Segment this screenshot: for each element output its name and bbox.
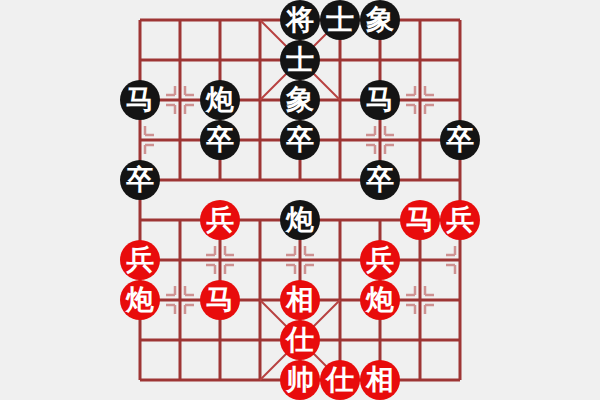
intersection-2-5[interactable]: 兵 <box>200 200 240 240</box>
intersection-4-6[interactable] <box>280 240 320 280</box>
intersection-8-7[interactable] <box>440 280 480 320</box>
piece-black-cannon[interactable]: 炮 <box>200 80 240 120</box>
intersection-4-1[interactable]: 士 <box>280 40 320 80</box>
piece-black-soldier[interactable]: 卒 <box>280 120 320 160</box>
intersection-4-2[interactable]: 象 <box>280 80 320 120</box>
intersection-6-6[interactable]: 兵 <box>360 240 400 280</box>
intersection-1-9[interactable] <box>160 360 200 400</box>
intersection-7-2[interactable] <box>400 80 440 120</box>
piece-black-soldier[interactable]: 卒 <box>360 160 400 200</box>
intersection-7-7[interactable] <box>400 280 440 320</box>
intersection-4-5[interactable]: 炮 <box>280 200 320 240</box>
intersection-7-3[interactable] <box>400 120 440 160</box>
intersection-5-6[interactable] <box>320 240 360 280</box>
intersection-0-8[interactable] <box>120 320 160 360</box>
piece-black-elephant[interactable]: 象 <box>360 0 400 40</box>
intersection-7-4[interactable] <box>400 160 440 200</box>
piece-black-soldier[interactable]: 卒 <box>200 120 240 160</box>
intersection-5-1[interactable] <box>320 40 360 80</box>
intersection-8-4[interactable] <box>440 160 480 200</box>
intersection-1-7[interactable] <box>160 280 200 320</box>
intersection-2-9[interactable] <box>200 360 240 400</box>
intersection-2-1[interactable] <box>200 40 240 80</box>
intersection-7-9[interactable] <box>400 360 440 400</box>
intersection-4-0[interactable]: 将 <box>280 0 320 40</box>
piece-black-advisor[interactable]: 士 <box>320 0 360 40</box>
piece-red-soldier[interactable]: 兵 <box>200 200 240 240</box>
piece-red-horse[interactable]: 马 <box>400 200 440 240</box>
intersection-5-8[interactable] <box>320 320 360 360</box>
board-intersections: 将士象士马炮象马卒卒卒卒卒兵炮马兵兵兵炮马相炮仕帅仕相 <box>120 0 480 400</box>
intersection-6-1[interactable] <box>360 40 400 80</box>
intersection-6-2[interactable]: 马 <box>360 80 400 120</box>
piece-red-cannon[interactable]: 炮 <box>120 280 160 320</box>
intersection-6-7[interactable]: 炮 <box>360 280 400 320</box>
intersection-3-0[interactable] <box>240 0 280 40</box>
intersection-4-3[interactable]: 卒 <box>280 120 320 160</box>
intersection-7-8[interactable] <box>400 320 440 360</box>
intersection-5-4[interactable] <box>320 160 360 200</box>
intersection-1-5[interactable] <box>160 200 200 240</box>
piece-black-cannon[interactable]: 炮 <box>280 200 320 240</box>
intersection-0-0[interactable] <box>120 0 160 40</box>
intersection-5-3[interactable] <box>320 120 360 160</box>
intersection-4-8[interactable]: 仕 <box>280 320 320 360</box>
intersection-4-4[interactable] <box>280 160 320 200</box>
intersection-7-1[interactable] <box>400 40 440 80</box>
intersection-6-4[interactable]: 卒 <box>360 160 400 200</box>
intersection-3-2[interactable] <box>240 80 280 120</box>
intersection-5-2[interactable] <box>320 80 360 120</box>
intersection-3-3[interactable] <box>240 120 280 160</box>
piece-red-cannon[interactable]: 炮 <box>360 280 400 320</box>
intersection-1-1[interactable] <box>160 40 200 80</box>
piece-red-advisor[interactable]: 仕 <box>280 320 320 360</box>
intersection-8-9[interactable] <box>440 360 480 400</box>
intersection-5-5[interactable] <box>320 200 360 240</box>
intersection-8-3[interactable]: 卒 <box>440 120 480 160</box>
intersection-8-8[interactable] <box>440 320 480 360</box>
piece-black-general[interactable]: 将 <box>280 0 320 40</box>
piece-red-soldier[interactable]: 兵 <box>440 200 480 240</box>
intersection-7-5[interactable]: 马 <box>400 200 440 240</box>
intersection-8-0[interactable] <box>440 0 480 40</box>
intersection-1-2[interactable] <box>160 80 200 120</box>
intersection-0-3[interactable] <box>120 120 160 160</box>
piece-black-horse[interactable]: 马 <box>120 80 160 120</box>
piece-red-advisor[interactable]: 仕 <box>320 360 360 400</box>
intersection-3-9[interactable] <box>240 360 280 400</box>
intersection-7-6[interactable] <box>400 240 440 280</box>
piece-red-soldier[interactable]: 兵 <box>120 240 160 280</box>
xiangqi-board-screen: 将士象士马炮象马卒卒卒卒卒兵炮马兵兵兵炮马相炮仕帅仕相 <box>0 0 600 400</box>
intersection-3-4[interactable] <box>240 160 280 200</box>
intersection-6-0[interactable]: 象 <box>360 0 400 40</box>
intersection-2-0[interactable] <box>200 0 240 40</box>
intersection-3-7[interactable] <box>240 280 280 320</box>
intersection-3-5[interactable] <box>240 200 280 240</box>
intersection-5-7[interactable] <box>320 280 360 320</box>
intersection-3-6[interactable] <box>240 240 280 280</box>
piece-black-soldier[interactable]: 卒 <box>120 160 160 200</box>
intersection-1-0[interactable] <box>160 0 200 40</box>
intersection-0-2[interactable]: 马 <box>120 80 160 120</box>
piece-red-soldier[interactable]: 兵 <box>360 240 400 280</box>
intersection-6-3[interactable] <box>360 120 400 160</box>
intersection-2-6[interactable] <box>200 240 240 280</box>
intersection-6-8[interactable] <box>360 320 400 360</box>
intersection-1-3[interactable] <box>160 120 200 160</box>
intersection-2-7[interactable]: 马 <box>200 280 240 320</box>
intersection-1-4[interactable] <box>160 160 200 200</box>
intersection-4-7[interactable]: 相 <box>280 280 320 320</box>
intersection-8-5[interactable]: 兵 <box>440 200 480 240</box>
piece-red-elephant[interactable]: 相 <box>360 360 400 400</box>
intersection-1-6[interactable] <box>160 240 200 280</box>
intersection-0-6[interactable]: 兵 <box>120 240 160 280</box>
piece-red-general[interactable]: 帅 <box>280 360 320 400</box>
intersection-8-1[interactable] <box>440 40 480 80</box>
intersection-0-1[interactable] <box>120 40 160 80</box>
piece-black-horse[interactable]: 马 <box>360 80 400 120</box>
intersection-5-9[interactable]: 仕 <box>320 360 360 400</box>
piece-black-soldier[interactable]: 卒 <box>440 120 480 160</box>
intersection-4-9[interactable]: 帅 <box>280 360 320 400</box>
piece-red-horse[interactable]: 马 <box>200 280 240 320</box>
intersection-0-7[interactable]: 炮 <box>120 280 160 320</box>
intersection-8-6[interactable] <box>440 240 480 280</box>
intersection-0-5[interactable] <box>120 200 160 240</box>
intersection-2-2[interactable]: 炮 <box>200 80 240 120</box>
intersection-5-0[interactable]: 士 <box>320 0 360 40</box>
intersection-1-8[interactable] <box>160 320 200 360</box>
intersection-6-5[interactable] <box>360 200 400 240</box>
intersection-3-1[interactable] <box>240 40 280 80</box>
intersection-6-9[interactable]: 相 <box>360 360 400 400</box>
piece-black-elephant[interactable]: 象 <box>280 80 320 120</box>
intersection-2-4[interactable] <box>200 160 240 200</box>
intersection-0-4[interactable]: 卒 <box>120 160 160 200</box>
piece-red-elephant[interactable]: 相 <box>280 280 320 320</box>
piece-black-advisor[interactable]: 士 <box>280 40 320 80</box>
intersection-0-9[interactable] <box>120 360 160 400</box>
intersection-3-8[interactable] <box>240 320 280 360</box>
intersection-8-2[interactable] <box>440 80 480 120</box>
intersection-2-8[interactable] <box>200 320 240 360</box>
intersection-7-0[interactable] <box>400 0 440 40</box>
intersection-2-3[interactable]: 卒 <box>200 120 240 160</box>
